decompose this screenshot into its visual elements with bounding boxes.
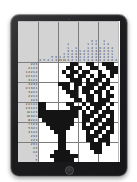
filled-cells-run[interactable] (110, 74, 114, 78)
filled-cells-run[interactable] (110, 102, 114, 106)
puzzle-grid[interactable] (38, 62, 118, 162)
filled-cells-run[interactable] (74, 98, 82, 102)
clue-corner (18, 22, 38, 62)
filled-cells-run[interactable] (106, 142, 110, 146)
camera-icon (68, 18, 71, 21)
tablet-frame: 4545163113121311315352621163113112215116… (10, 14, 128, 177)
page-background: 4545163113121311315352621163113112215116… (0, 0, 137, 182)
filled-cells-run[interactable] (110, 86, 114, 90)
row-clue-line: 5 (18, 158, 38, 162)
tablet-screen: 4545163113121311315352621163113112215116… (18, 21, 120, 162)
filled-cells-run[interactable] (94, 150, 102, 154)
filled-cells-run[interactable] (90, 66, 98, 70)
row-clues: 2232123122122212131213232213213221221222… (18, 62, 38, 162)
column-clues: 4545163113121311315352621163113112215116… (38, 22, 118, 62)
filled-cells-run[interactable] (54, 158, 74, 162)
nonogram-puzzle: 4545163113121311315352621163113112215116… (18, 22, 118, 162)
row-clue-number: 5 (35, 158, 37, 162)
home-button[interactable] (65, 166, 74, 175)
